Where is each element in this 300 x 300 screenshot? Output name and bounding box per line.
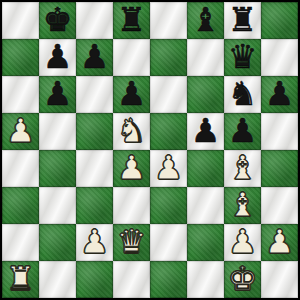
square-d3[interactable]	[113, 187, 150, 224]
piece-white-pawn-d4[interactable]: ♟	[117, 150, 147, 186]
piece-black-knight-g6[interactable]: ♞	[228, 76, 258, 112]
piece-black-bishop-f8[interactable]: ♝	[191, 2, 221, 38]
piece-white-king-g1[interactable]: ♚	[228, 261, 258, 297]
chess-board: ♚♜♝♜♟♟♛♟♟♞♟♟♞♟♟♟♟♝♝♟♛♟♟♜♚	[0, 0, 300, 300]
square-b1[interactable]	[39, 261, 76, 298]
piece-white-pawn-g2[interactable]: ♟	[228, 224, 258, 260]
square-h1[interactable]	[261, 261, 298, 298]
square-h3[interactable]	[261, 187, 298, 224]
square-h8[interactable]	[261, 2, 298, 39]
square-g2[interactable]: ♟	[224, 224, 261, 261]
square-f6[interactable]	[187, 76, 224, 113]
piece-white-bishop-g4[interactable]: ♝	[228, 150, 258, 186]
square-a8[interactable]	[2, 2, 39, 39]
square-h4[interactable]	[261, 150, 298, 187]
square-e5[interactable]	[150, 113, 187, 150]
square-e4[interactable]: ♟	[150, 150, 187, 187]
square-b7[interactable]: ♟	[39, 39, 76, 76]
square-b3[interactable]	[39, 187, 76, 224]
piece-white-pawn-h2[interactable]: ♟	[265, 224, 295, 260]
square-f5[interactable]: ♟	[187, 113, 224, 150]
square-g3[interactable]: ♝	[224, 187, 261, 224]
square-e8[interactable]	[150, 2, 187, 39]
piece-black-rook-d8[interactable]: ♜	[117, 2, 147, 38]
piece-white-pawn-c2[interactable]: ♟	[80, 224, 110, 260]
square-d1[interactable]	[113, 261, 150, 298]
square-h2[interactable]: ♟	[261, 224, 298, 261]
square-g5[interactable]: ♟	[224, 113, 261, 150]
square-c8[interactable]	[76, 2, 113, 39]
square-c6[interactable]	[76, 76, 113, 113]
square-g1[interactable]: ♚	[224, 261, 261, 298]
square-b8[interactable]: ♚	[39, 2, 76, 39]
square-b2[interactable]	[39, 224, 76, 261]
square-e7[interactable]	[150, 39, 187, 76]
square-c4[interactable]	[76, 150, 113, 187]
square-g6[interactable]: ♞	[224, 76, 261, 113]
square-g7[interactable]: ♛	[224, 39, 261, 76]
square-g8[interactable]: ♜	[224, 2, 261, 39]
square-e1[interactable]	[150, 261, 187, 298]
square-e3[interactable]	[150, 187, 187, 224]
square-c2[interactable]: ♟	[76, 224, 113, 261]
square-g4[interactable]: ♝	[224, 150, 261, 187]
square-c7[interactable]: ♟	[76, 39, 113, 76]
square-a4[interactable]	[2, 150, 39, 187]
square-c1[interactable]	[76, 261, 113, 298]
square-f7[interactable]	[187, 39, 224, 76]
square-f1[interactable]	[187, 261, 224, 298]
piece-black-queen-g7[interactable]: ♛	[228, 39, 258, 75]
piece-white-rook-a1[interactable]: ♜	[6, 261, 36, 297]
square-d6[interactable]: ♟	[113, 76, 150, 113]
piece-black-pawn-h6[interactable]: ♟	[265, 76, 295, 112]
square-e2[interactable]	[150, 224, 187, 261]
square-h5[interactable]	[261, 113, 298, 150]
piece-white-queen-d2[interactable]: ♛	[117, 224, 147, 260]
square-d4[interactable]: ♟	[113, 150, 150, 187]
square-e6[interactable]	[150, 76, 187, 113]
square-h6[interactable]: ♟	[261, 76, 298, 113]
square-f2[interactable]	[187, 224, 224, 261]
square-d2[interactable]: ♛	[113, 224, 150, 261]
chess-board-grid: ♚♜♝♜♟♟♛♟♟♞♟♟♞♟♟♟♟♝♝♟♛♟♟♜♚	[2, 2, 298, 298]
square-f3[interactable]	[187, 187, 224, 224]
square-d8[interactable]: ♜	[113, 2, 150, 39]
square-c5[interactable]	[76, 113, 113, 150]
square-b5[interactable]	[39, 113, 76, 150]
piece-black-pawn-f5[interactable]: ♟	[191, 113, 221, 149]
piece-black-king-b8[interactable]: ♚	[43, 2, 73, 38]
square-d5[interactable]: ♞	[113, 113, 150, 150]
square-a1[interactable]: ♜	[2, 261, 39, 298]
piece-black-pawn-b7[interactable]: ♟	[43, 39, 73, 75]
piece-black-pawn-c7[interactable]: ♟	[80, 39, 110, 75]
square-f4[interactable]	[187, 150, 224, 187]
square-a7[interactable]	[2, 39, 39, 76]
piece-white-knight-d5[interactable]: ♞	[117, 113, 147, 149]
square-a5[interactable]: ♟	[2, 113, 39, 150]
piece-white-pawn-a5[interactable]: ♟	[6, 113, 36, 149]
square-a3[interactable]	[2, 187, 39, 224]
square-d7[interactable]	[113, 39, 150, 76]
piece-black-rook-g8[interactable]: ♜	[228, 2, 258, 38]
piece-black-pawn-b6[interactable]: ♟	[43, 76, 73, 112]
piece-white-bishop-g3[interactable]: ♝	[228, 187, 258, 223]
square-b6[interactable]: ♟	[39, 76, 76, 113]
square-h7[interactable]	[261, 39, 298, 76]
piece-black-pawn-g5[interactable]: ♟	[228, 113, 258, 149]
piece-black-pawn-d6[interactable]: ♟	[117, 76, 147, 112]
piece-white-pawn-e4[interactable]: ♟	[154, 150, 184, 186]
square-a2[interactable]	[2, 224, 39, 261]
square-f8[interactable]: ♝	[187, 2, 224, 39]
square-c3[interactable]	[76, 187, 113, 224]
square-b4[interactable]	[39, 150, 76, 187]
square-a6[interactable]	[2, 76, 39, 113]
